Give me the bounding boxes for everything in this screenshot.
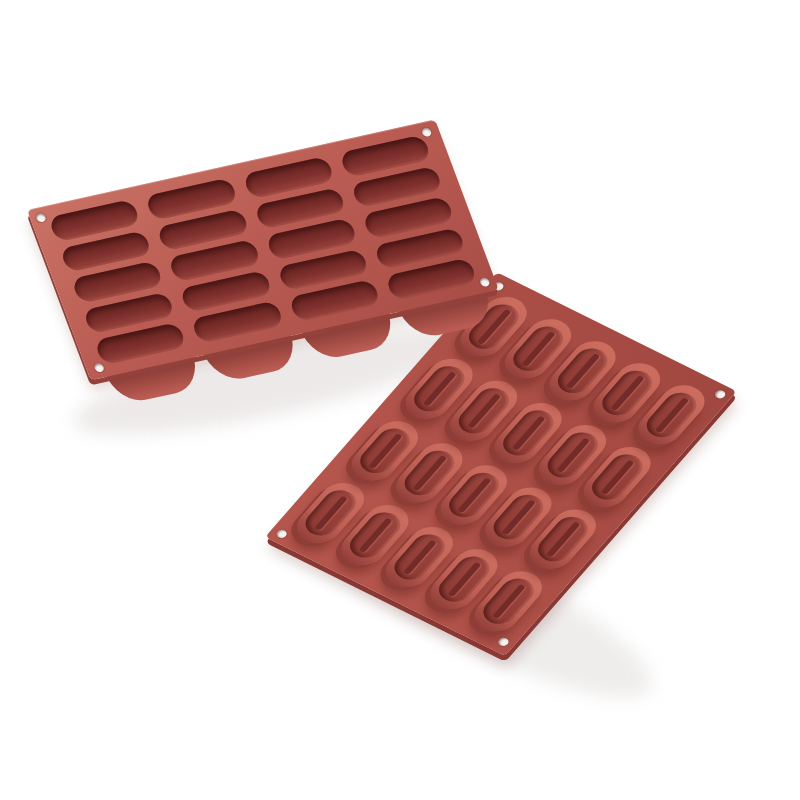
product-photo <box>0 0 800 800</box>
